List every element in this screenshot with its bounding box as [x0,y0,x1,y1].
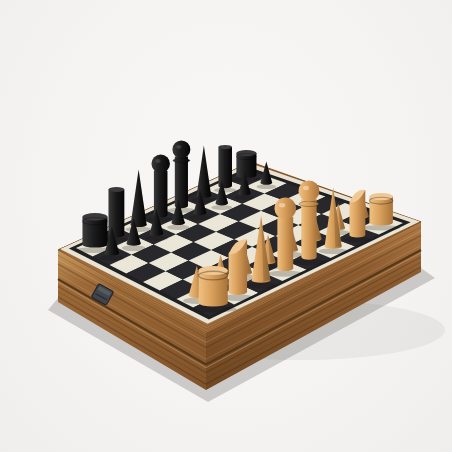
piece-black-pawn-e7[interactable] [193,189,207,222]
piece-black-pawn-g7[interactable] [238,171,251,202]
piece-black-pawn-d7[interactable] [171,198,185,232]
piece-black-pawn-a7[interactable] [104,226,120,263]
piece-wood-king-e1[interactable] [298,180,320,268]
piece-black-pawn-c7[interactable] [149,208,164,243]
piece-wood-rook-h1[interactable] [369,193,393,233]
piece-black-pawn-h7[interactable] [260,161,273,191]
scene [0,0,452,452]
piece-wood-knight-g1[interactable] [349,187,366,245]
piece-wood-rook-a1[interactable] [198,266,228,315]
piece-wood-queen-d1[interactable] [274,197,297,279]
piece-wood-bishop-f1[interactable] [324,187,342,256]
piece-wood-knight-b1[interactable] [228,236,248,304]
piece-black-pawn-f7[interactable] [215,180,229,212]
piece-black-pawn-b7[interactable] [126,217,141,253]
piece-wood-bishop-c1[interactable] [251,215,271,291]
pieces-layer [0,0,452,452]
